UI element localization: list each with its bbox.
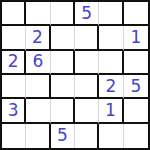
cell-r5c2[interactable] — [26, 99, 50, 123]
cell-r5c4[interactable] — [75, 99, 99, 123]
cell-r5c5-given[interactable]: 1 — [99, 99, 123, 123]
cell-r4c6-given[interactable]: 5 — [124, 75, 148, 99]
cell-r3c3[interactable] — [51, 51, 75, 75]
cell-r6c5[interactable] — [99, 124, 123, 148]
cell-r4c3[interactable] — [51, 75, 75, 99]
cell-r6c6[interactable] — [124, 124, 148, 148]
cell-r4c5-given[interactable]: 2 — [99, 75, 123, 99]
cell-r2c6-given[interactable]: 1 — [124, 26, 148, 50]
cell-r6c4[interactable] — [75, 124, 99, 148]
cell-r2c2-given[interactable]: 2 — [26, 26, 50, 50]
cell-r2c4[interactable] — [75, 26, 99, 50]
cell-r1c5[interactable] — [99, 2, 123, 26]
cell-r4c2[interactable] — [26, 75, 50, 99]
cell-r2c5[interactable] — [99, 26, 123, 50]
cell-r5c3[interactable] — [51, 99, 75, 123]
cell-r3c4[interactable] — [75, 51, 99, 75]
cell-r1c4-given[interactable]: 5 — [75, 2, 99, 26]
cell-r5c6[interactable] — [124, 99, 148, 123]
cell-r4c1[interactable] — [2, 75, 26, 99]
cell-r2c3[interactable] — [51, 26, 75, 50]
cell-r1c2[interactable] — [26, 2, 50, 26]
cell-r3c1-given[interactable]: 2 — [2, 51, 26, 75]
cell-r3c5[interactable] — [99, 51, 123, 75]
cell-r6c2[interactable] — [26, 124, 50, 148]
cell-r3c2-given[interactable]: 6 — [26, 51, 50, 75]
puzzle-board: 5212625315 — [0, 0, 150, 150]
cell-r1c1[interactable] — [2, 2, 26, 26]
cell-r2c1[interactable] — [2, 26, 26, 50]
cell-r1c6[interactable] — [124, 2, 148, 26]
cell-r3c6[interactable] — [124, 51, 148, 75]
cell-r6c3-given[interactable]: 5 — [51, 124, 75, 148]
cell-r6c1[interactable] — [2, 124, 26, 148]
cell-r1c3[interactable] — [51, 2, 75, 26]
cell-r4c4[interactable] — [75, 75, 99, 99]
cell-r5c1-given[interactable]: 3 — [2, 99, 26, 123]
